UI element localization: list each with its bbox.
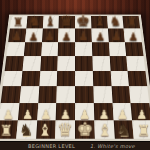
piece-black-pawn-f7[interactable]: ♟ — [95, 31, 105, 42]
piece-white-bishop-c1[interactable]: ♝ — [38, 123, 52, 139]
square-c8[interactable]: ♝ — [42, 16, 59, 29]
square-g1[interactable]: ♞ — [113, 120, 134, 138]
piece-white-pawn-b2[interactable]: ♟ — [22, 108, 33, 121]
square-b1[interactable]: ♞ — [16, 120, 37, 138]
square-b8[interactable]: ♞ — [26, 16, 43, 29]
square-c7[interactable]: ♟ — [42, 29, 59, 42]
piece-black-pawn-a7[interactable]: ♟ — [12, 31, 22, 42]
square-a8[interactable]: ♜ — [10, 16, 27, 29]
piece-black-bishop-c8[interactable]: ♝ — [45, 16, 57, 29]
square-f8[interactable]: ♝ — [91, 16, 108, 29]
square-g8[interactable]: ♞ — [107, 16, 124, 29]
piece-black-king-e8[interactable]: ♚ — [76, 13, 90, 29]
piece-black-pawn-d7[interactable]: ♟ — [62, 31, 72, 42]
piece-black-bishop-f8[interactable]: ♝ — [94, 16, 106, 29]
square-c3[interactable] — [38, 86, 57, 102]
piece-white-pawn-f2[interactable]: ♟ — [98, 108, 109, 121]
piece-white-bishop-f1[interactable]: ♝ — [97, 123, 111, 139]
piece-black-pawn-e7[interactable]: ♟ — [78, 31, 88, 42]
square-h3[interactable] — [129, 86, 149, 102]
square-d3[interactable] — [56, 86, 75, 102]
piece-black-pawn-b7[interactable]: ♟ — [28, 31, 38, 42]
square-f3[interactable] — [93, 86, 112, 102]
square-c5[interactable] — [40, 56, 58, 71]
square-h7[interactable]: ♟ — [124, 29, 142, 42]
square-a6[interactable] — [6, 42, 24, 56]
square-d6[interactable] — [58, 42, 75, 56]
square-h5[interactable] — [126, 56, 145, 71]
square-b2[interactable]: ♟ — [18, 103, 38, 120]
move-indicator: 1. White's move — [90, 143, 135, 149]
square-b6[interactable] — [24, 42, 42, 56]
square-e7[interactable]: ♟ — [75, 29, 92, 42]
square-a5[interactable] — [5, 56, 24, 71]
square-d1[interactable]: ♛ — [55, 120, 75, 138]
square-f4[interactable] — [93, 71, 112, 87]
square-g2[interactable]: ♟ — [112, 103, 132, 120]
piece-black-pawn-c7[interactable]: ♟ — [45, 31, 55, 42]
square-b7[interactable]: ♟ — [25, 29, 43, 42]
square-d5[interactable] — [57, 56, 75, 71]
piece-black-pawn-h7[interactable]: ♟ — [129, 31, 139, 42]
square-h8[interactable]: ♜ — [123, 16, 140, 29]
piece-white-rook-h1[interactable]: ♜ — [137, 124, 150, 139]
square-e4[interactable] — [75, 71, 93, 87]
square-b4[interactable] — [21, 71, 40, 87]
square-f6[interactable] — [92, 42, 110, 56]
square-b5[interactable] — [22, 56, 40, 71]
square-h1[interactable]: ♜ — [132, 120, 150, 138]
piece-black-knight-g8[interactable]: ♞ — [110, 16, 122, 29]
piece-black-queen-d8[interactable]: ♛ — [60, 14, 73, 29]
square-g3[interactable] — [111, 86, 131, 102]
square-a2[interactable]: ♟ — [0, 103, 19, 120]
piece-black-rook-h8[interactable]: ♜ — [126, 16, 137, 28]
difficulty-level-label: BEGINNER LEVEL — [28, 143, 75, 149]
piece-white-knight-g1[interactable]: ♞ — [117, 123, 131, 139]
piece-black-knight-b8[interactable]: ♞ — [28, 16, 40, 29]
square-d2[interactable]: ♟ — [56, 103, 75, 120]
square-b3[interactable] — [19, 86, 39, 102]
piece-white-pawn-g2[interactable]: ♟ — [117, 108, 128, 121]
piece-white-pawn-c2[interactable]: ♟ — [41, 108, 52, 121]
square-f5[interactable] — [92, 56, 110, 71]
piece-white-queen-d1[interactable]: ♛ — [57, 121, 73, 139]
square-h4[interactable] — [128, 71, 148, 87]
square-g6[interactable] — [108, 42, 126, 56]
square-h2[interactable]: ♟ — [131, 103, 150, 120]
square-e8[interactable]: ♚ — [75, 16, 91, 29]
square-a4[interactable] — [3, 71, 23, 87]
piece-white-pawn-h2[interactable]: ♟ — [136, 108, 147, 121]
square-a1[interactable]: ♜ — [0, 120, 18, 138]
square-g4[interactable] — [110, 71, 129, 87]
square-f1[interactable]: ♝ — [94, 120, 114, 138]
square-d7[interactable]: ♟ — [58, 29, 75, 42]
square-g5[interactable] — [109, 56, 127, 71]
piece-white-king-e1[interactable]: ♚ — [76, 120, 93, 139]
piece-white-rook-a1[interactable]: ♜ — [0, 124, 13, 139]
square-f7[interactable]: ♟ — [91, 29, 108, 42]
square-c1[interactable]: ♝ — [36, 120, 56, 138]
square-e6[interactable] — [75, 42, 92, 56]
piece-white-knight-b1[interactable]: ♞ — [19, 123, 33, 139]
square-d4[interactable] — [57, 71, 75, 87]
square-d8[interactable]: ♛ — [59, 16, 75, 29]
square-e3[interactable] — [75, 86, 94, 102]
square-c6[interactable] — [41, 42, 59, 56]
square-f2[interactable]: ♟ — [94, 103, 114, 120]
square-h6[interactable] — [125, 42, 143, 56]
square-c4[interactable] — [39, 71, 58, 87]
piece-black-rook-a8[interactable]: ♜ — [12, 16, 23, 28]
chess-board: ♜♞♝♛♚♝♞♜♟♟♟♟♟♟♟♟♟♟♟♟♟♟♟♟♜♞♝♛♚♝♞♜ — [0, 15, 150, 141]
square-a7[interactable]: ♟ — [8, 29, 26, 42]
piece-white-pawn-a2[interactable]: ♟ — [2, 108, 13, 121]
square-e1[interactable]: ♚ — [75, 120, 95, 138]
square-a3[interactable] — [1, 86, 21, 102]
square-c2[interactable]: ♟ — [37, 103, 57, 120]
square-g7[interactable]: ♟ — [108, 29, 126, 42]
chess-scene: ♜♞♝♛♚♝♞♜♟♟♟♟♟♟♟♟♟♟♟♟♟♟♟♟♜♞♝♛♚♝♞♜ BEGINNE… — [0, 0, 150, 150]
status-bar: BEGINNER LEVEL 1. White's move — [0, 141, 150, 150]
piece-black-pawn-g7[interactable]: ♟ — [112, 31, 122, 42]
square-e5[interactable] — [75, 56, 93, 71]
